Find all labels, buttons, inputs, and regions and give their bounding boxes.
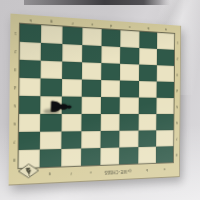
- file-label: d: [109, 23, 113, 28]
- board-square: [100, 148, 119, 165]
- board-square: [120, 81, 139, 98]
- board-square: [40, 131, 61, 149]
- file-label: f: [68, 170, 73, 175]
- file-label: a: [162, 167, 166, 171]
- board-square: [156, 114, 174, 130]
- rank-label: 2: [12, 48, 17, 53]
- file-label: g: [50, 19, 55, 24]
- board-square: [156, 65, 174, 82]
- board-square: [156, 98, 174, 114]
- board-square: [139, 48, 157, 65]
- board-square: [19, 96, 41, 114]
- board-square: [41, 43, 62, 62]
- rank-label: 3: [12, 66, 17, 71]
- rank-label: 5: [175, 104, 179, 108]
- board-square: [101, 114, 120, 131]
- rank-label: 3: [175, 72, 179, 76]
- board-square: [20, 24, 42, 43]
- board-square: [138, 147, 156, 164]
- file-label: c: [126, 168, 130, 173]
- board-square: [62, 44, 82, 62]
- board-square: [120, 114, 139, 131]
- rank-label: 2: [176, 56, 180, 60]
- board-square: [138, 98, 156, 115]
- board-square: [101, 131, 120, 148]
- board-square: [61, 79, 81, 97]
- board-square: [102, 29, 121, 47]
- board-square: [81, 114, 101, 131]
- file-label: c: [128, 24, 132, 29]
- board-square: [120, 97, 139, 114]
- board-square: [61, 131, 81, 149]
- board-square: [101, 97, 120, 114]
- board-square: [82, 62, 102, 80]
- board-square: [156, 81, 174, 98]
- board-square: [101, 80, 120, 97]
- board-square: [62, 61, 82, 79]
- file-label: b: [146, 25, 150, 30]
- board-square: [138, 114, 156, 131]
- board-square: [82, 45, 102, 63]
- board-square: [41, 25, 62, 44]
- rank-label: 8: [11, 157, 16, 162]
- board-square: [40, 149, 61, 167]
- file-label: g: [48, 171, 53, 176]
- fallen-black-pawn: ♟: [43, 95, 78, 117]
- board-square: [19, 132, 41, 150]
- board-square: [81, 79, 101, 97]
- file-label: a: [164, 27, 168, 32]
- rank-label: 7: [12, 139, 17, 144]
- pawn-shadow: [44, 108, 60, 113]
- rank-label: 4: [12, 84, 17, 89]
- board-square: [157, 49, 175, 66]
- board-square: [139, 32, 157, 49]
- board-square: [81, 131, 101, 148]
- board-square: [156, 130, 174, 147]
- file-label: e: [90, 22, 94, 27]
- board-square: [120, 64, 139, 81]
- file-label: b: [145, 167, 149, 172]
- board-square: [156, 146, 174, 163]
- file-label: h: [28, 17, 33, 22]
- board-square: [119, 131, 138, 148]
- rank-label: 7: [175, 136, 179, 140]
- board-square: [20, 42, 42, 61]
- board-square: [139, 65, 157, 82]
- board-square: [62, 26, 82, 45]
- rank-label: 4: [175, 88, 179, 92]
- board-square: [41, 61, 62, 79]
- file-label: h: [27, 172, 32, 177]
- board-square: [120, 47, 139, 64]
- board-square: [81, 148, 101, 166]
- file-label: d: [108, 169, 112, 174]
- board-square: [138, 81, 156, 98]
- rank-label: 5: [12, 102, 17, 107]
- board-square: [81, 97, 101, 114]
- board-square: [61, 148, 81, 166]
- board-square: [19, 78, 41, 96]
- rank-label: 8: [175, 152, 179, 156]
- rank-label: 6: [12, 121, 17, 126]
- board-square: [120, 30, 139, 48]
- chessboard: ♟ ♞ ◎ WE-CHESS hhggffeeddccbbaa112233445…: [9, 14, 182, 186]
- board-square: [41, 78, 62, 96]
- board-square: [119, 147, 138, 164]
- rank-label: 6: [175, 120, 179, 124]
- photo-backdrop: ♟ ♞ ◎ WE-CHESS hhggffeeddccbbaa112233445…: [0, 0, 200, 200]
- board-square: [157, 33, 175, 50]
- rank-label: 1: [176, 40, 180, 44]
- board-square: [138, 130, 156, 147]
- board-square: [101, 46, 120, 64]
- rank-label: 1: [13, 30, 18, 35]
- file-label: e: [88, 170, 92, 175]
- board-square: [82, 28, 102, 46]
- board-square: [19, 60, 41, 79]
- board-square: [19, 114, 41, 132]
- board-square: [101, 63, 120, 80]
- file-label: f: [70, 20, 75, 25]
